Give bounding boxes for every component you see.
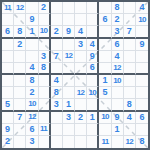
cell-r6c4[interactable]: 8 — [39, 63, 51, 75]
cell-r5c3[interactable] — [26, 51, 38, 63]
cell-r1c10[interactable]: 8 — [112, 2, 124, 14]
cell-r5c2[interactable] — [14, 51, 26, 63]
cell-r12c9[interactable]: 11 — [99, 136, 111, 148]
cell-r3c6[interactable]: 9 — [63, 26, 75, 38]
cell-r9c2[interactable] — [14, 99, 26, 111]
cell-r2c10[interactable]: 2 — [112, 14, 124, 26]
cell-r8c9[interactable]: 5 — [99, 87, 111, 99]
cell-r12c7[interactable] — [75, 136, 87, 148]
cell-r11c10[interactable]: 1 — [112, 124, 124, 136]
cell-r2c8[interactable] — [87, 14, 99, 26]
cell-r4c6[interactable] — [63, 39, 75, 51]
cell-r11c6[interactable] — [63, 124, 75, 136]
cell-r10c1[interactable] — [2, 112, 14, 124]
cell-r8c10[interactable] — [112, 87, 124, 99]
cell-r4c5[interactable] — [51, 39, 63, 51]
cell-r4c3[interactable] — [26, 39, 38, 51]
cell-r11c1[interactable]: 9 — [2, 124, 14, 136]
cell-r4c4[interactable] — [39, 39, 51, 51]
cell-r5c6[interactable]: 12 — [63, 51, 75, 63]
cell-r8c12[interactable] — [136, 87, 148, 99]
cell-r12c11[interactable]: 12 — [124, 136, 136, 148]
cell-r4c1[interactable] — [2, 39, 14, 51]
cell-r10c7[interactable]: 2 — [75, 112, 87, 124]
cell-r12c6[interactable] — [63, 136, 75, 148]
cell-r8c7[interactable]: 12 — [75, 87, 87, 99]
cell-r9c4[interactable] — [39, 99, 51, 111]
cell-r8c4[interactable] — [39, 87, 51, 99]
cell-r2c3[interactable]: 9 — [26, 14, 38, 26]
cell-r7c3[interactable]: 8 — [26, 75, 38, 87]
cell-r7c11[interactable] — [124, 75, 136, 87]
cell-r9c1[interactable]: 5 — [2, 99, 14, 111]
cell-r10c10[interactable]: 9 — [112, 112, 124, 124]
cell-r3c12[interactable] — [136, 26, 148, 38]
cell-r6c10[interactable]: 12 — [112, 63, 124, 75]
cell-r10c12[interactable]: 6 — [136, 112, 148, 124]
cell-r8c5[interactable]: 8 — [51, 87, 63, 99]
cell-r11c2[interactable] — [14, 124, 26, 136]
cell-r7c10[interactable]: 10 — [112, 75, 124, 87]
cell-r5c12[interactable] — [136, 51, 148, 63]
cell-r5c4[interactable]: 3 — [39, 51, 51, 63]
cell-r11c9[interactable] — [99, 124, 111, 136]
cell-r1c1[interactable]: 11 — [2, 2, 14, 14]
cell-r11c5[interactable] — [51, 124, 63, 136]
sudoku-board: 1112284962106811029437234693712944861284… — [0, 0, 150, 150]
cell-r9c3[interactable]: 10 — [26, 99, 38, 111]
cell-r11c3[interactable]: 6 — [26, 124, 38, 136]
cell-r6c1[interactable] — [2, 63, 14, 75]
cell-r10c2[interactable]: 7 — [14, 112, 26, 124]
cell-r1c3[interactable] — [26, 2, 38, 14]
cell-r12c5[interactable] — [51, 136, 63, 148]
cell-r12c4[interactable] — [39, 136, 51, 148]
cell-r7c1[interactable] — [2, 75, 14, 87]
cell-r3c5[interactable]: 2 — [51, 26, 63, 38]
cell-r11c12[interactable] — [136, 124, 148, 136]
cell-r5c10[interactable]: 4 — [112, 51, 124, 63]
cell-r1c4[interactable]: 2 — [39, 2, 51, 14]
cell-r5c7[interactable] — [75, 51, 87, 63]
cell-r10c3[interactable]: 12 — [26, 112, 38, 124]
cell-r9c7[interactable] — [75, 99, 87, 111]
cell-r6c12[interactable] — [136, 63, 148, 75]
cell-r10c11[interactable]: 4 — [124, 112, 136, 124]
cell-r5c1[interactable] — [2, 51, 14, 63]
cell-r6c2[interactable] — [14, 63, 26, 75]
cell-r2c1[interactable] — [2, 14, 14, 26]
cell-r4c10[interactable]: 6 — [112, 39, 124, 51]
cells-container: 1112284962106811029437234693712944861284… — [2, 2, 148, 148]
cell-r7c6[interactable] — [63, 75, 75, 87]
cell-r11c7[interactable] — [75, 124, 87, 136]
cell-r3c3[interactable]: 1 — [26, 26, 38, 38]
cell-r2c7[interactable] — [75, 14, 87, 26]
cell-r6c6[interactable] — [63, 63, 75, 75]
cell-r4c2[interactable]: 2 — [14, 39, 26, 51]
cell-r1c11[interactable] — [124, 2, 136, 14]
cell-r2c6[interactable] — [63, 14, 75, 26]
cell-r9c12[interactable] — [136, 99, 148, 111]
cell-r11c11[interactable] — [124, 124, 136, 136]
cell-r6c5[interactable] — [51, 63, 63, 75]
cell-r12c2[interactable] — [14, 136, 26, 148]
cell-r9c6[interactable]: 1 — [63, 99, 75, 111]
cell-r1c9[interactable] — [99, 2, 111, 14]
cell-r7c4[interactable] — [39, 75, 51, 87]
cell-r10c5[interactable] — [51, 112, 63, 124]
cell-r7c12[interactable] — [136, 75, 148, 87]
cell-r2c2[interactable] — [14, 14, 26, 26]
cell-r8c11[interactable] — [124, 87, 136, 99]
cell-r2c5[interactable] — [51, 14, 63, 26]
cell-r6c3[interactable]: 4 — [26, 63, 38, 75]
cell-r3c9[interactable] — [99, 26, 111, 38]
cell-r2c12[interactable]: 10 — [136, 14, 148, 26]
cell-r2c9[interactable]: 6 — [99, 14, 111, 26]
cell-r3c2[interactable]: 8 — [14, 26, 26, 38]
cell-r1c7[interactable] — [75, 2, 87, 14]
cell-r1c8[interactable] — [87, 2, 99, 14]
cell-r7c8[interactable] — [87, 75, 99, 87]
cell-r8c2[interactable] — [14, 87, 26, 99]
cell-r7c7[interactable] — [75, 75, 87, 87]
cell-r5c11[interactable] — [124, 51, 136, 63]
cell-r11c8[interactable] — [87, 124, 99, 136]
cell-r4c11[interactable] — [124, 39, 136, 51]
cell-r9c11[interactable]: 8 — [124, 99, 136, 111]
cell-r1c12[interactable]: 4 — [136, 2, 148, 14]
cell-r10c4[interactable] — [39, 112, 51, 124]
cell-r4c12[interactable]: 9 — [136, 39, 148, 51]
cell-r6c7[interactable] — [75, 63, 87, 75]
cell-r10c8[interactable]: 1 — [87, 112, 99, 124]
cell-r8c3[interactable]: 2 — [26, 87, 38, 99]
cell-r10c9[interactable]: 10 — [99, 112, 111, 124]
cell-r3c8[interactable] — [87, 26, 99, 38]
cell-r7c9[interactable]: 1 — [99, 75, 111, 87]
cell-r3c1[interactable]: 6 — [2, 26, 14, 38]
cell-r7c5[interactable]: 4 — [51, 75, 63, 87]
cell-r3c10[interactable]: 3 — [112, 26, 124, 38]
cell-r5c8[interactable]: 9 — [87, 51, 99, 63]
cell-r9c5[interactable]: 3 — [51, 99, 63, 111]
cell-r4c7[interactable]: 3 — [75, 39, 87, 51]
cell-r12c12[interactable]: 8 — [136, 136, 148, 148]
cell-r2c4[interactable] — [39, 14, 51, 26]
cell-r9c8[interactable] — [87, 99, 99, 111]
cell-r2c11[interactable] — [124, 14, 136, 26]
cell-r6c8[interactable]: 6 — [87, 63, 99, 75]
cell-r5c9[interactable] — [99, 51, 111, 63]
cell-r3c7[interactable]: 4 — [75, 26, 87, 38]
cell-r11c4[interactable]: 11 — [39, 124, 51, 136]
cell-r5c5[interactable]: 7 — [51, 51, 63, 63]
cell-r7c2[interactable] — [14, 75, 26, 87]
cell-r8c6[interactable] — [63, 87, 75, 99]
cell-r6c9[interactable] — [99, 63, 111, 75]
cell-r12c10[interactable] — [112, 136, 124, 148]
cell-r8c8[interactable]: 10 — [87, 87, 99, 99]
cell-r9c9[interactable] — [99, 99, 111, 111]
cell-r3c11[interactable]: 7 — [124, 26, 136, 38]
cell-r4c8[interactable]: 4 — [87, 39, 99, 51]
cell-r10c6[interactable]: 3 — [63, 112, 75, 124]
cell-r12c3[interactable]: 3 — [26, 136, 38, 148]
cell-r12c8[interactable] — [87, 136, 99, 148]
cell-r1c6[interactable] — [63, 2, 75, 14]
cell-r1c2[interactable]: 12 — [14, 2, 26, 14]
cell-r1c5[interactable] — [51, 2, 63, 14]
cell-r8c1[interactable] — [2, 87, 14, 99]
cell-r12c1[interactable]: 2 — [2, 136, 14, 148]
cell-r9c10[interactable] — [112, 99, 124, 111]
cell-r4c9[interactable] — [99, 39, 111, 51]
cell-r6c11[interactable] — [124, 63, 136, 75]
cell-r3c4[interactable]: 10 — [39, 26, 51, 38]
